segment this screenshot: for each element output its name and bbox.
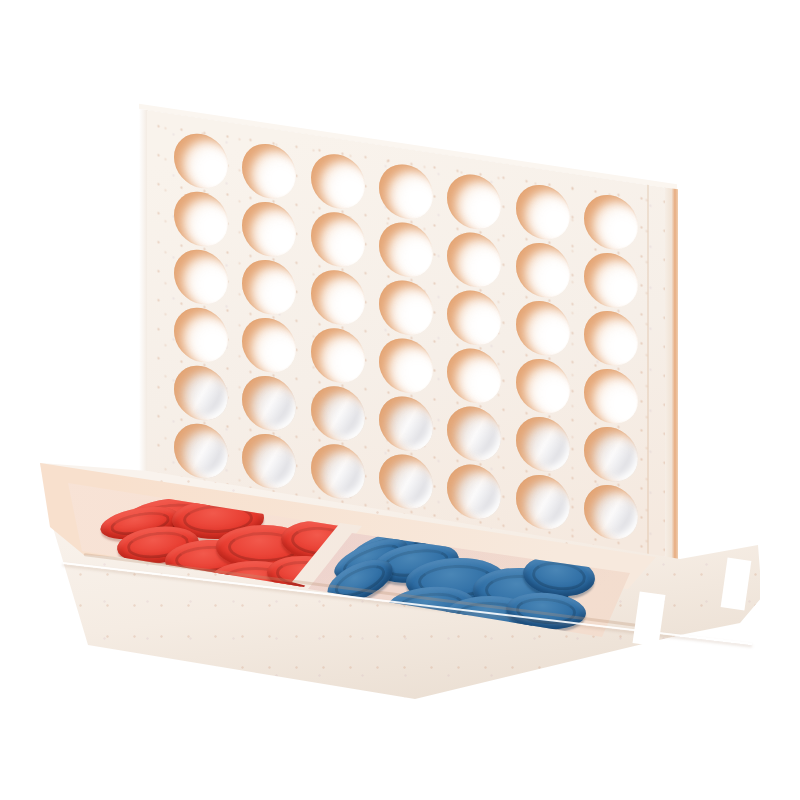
board-hole-r3c2-empty bbox=[242, 256, 296, 318]
board-hole-r1c3-empty bbox=[311, 150, 365, 212]
board-hole-r2c6-empty bbox=[516, 239, 570, 301]
board-hole-r3c1-empty bbox=[174, 246, 228, 308]
board-hole-r2c4-empty bbox=[379, 219, 433, 281]
board-hole-r5c2-empty bbox=[242, 372, 296, 434]
board-hole-r2c1-empty bbox=[174, 188, 228, 250]
board-left-edge bbox=[139, 109, 147, 484]
board-hole-r3c4-empty bbox=[379, 277, 433, 339]
board-hole-r1c6-empty bbox=[516, 181, 570, 243]
board-hole-r4c3-empty bbox=[311, 324, 365, 386]
storage-tray bbox=[40, 435, 760, 705]
board-hole-r1c5-empty bbox=[447, 171, 501, 233]
board-hole-r1c1-empty bbox=[174, 130, 228, 192]
board-hole-r2c7-empty bbox=[584, 249, 638, 311]
board-hole-r2c2-empty bbox=[242, 198, 296, 260]
board-hole-r2c3-empty bbox=[311, 208, 365, 270]
board-hole-r4c5-empty bbox=[447, 345, 501, 407]
board-hole-r5c1-empty bbox=[174, 362, 228, 424]
board-hole-r3c5-empty bbox=[447, 287, 501, 349]
product-photo-connect-four bbox=[0, 0, 800, 800]
board-hole-r1c2-empty bbox=[242, 140, 296, 202]
board-hole-r3c7-empty bbox=[584, 307, 638, 369]
board-hole-r3c6-empty bbox=[516, 297, 570, 359]
board-hole-r4c4-empty bbox=[379, 335, 433, 397]
board-hole-r4c2-empty bbox=[242, 314, 296, 376]
board-hole-r4c6-empty bbox=[516, 355, 570, 417]
board-hole-r4c7-empty bbox=[584, 365, 638, 427]
board-hole-r4c1-empty bbox=[174, 304, 228, 366]
board-hole-r2c5-empty bbox=[447, 229, 501, 291]
board-hole-r1c7-empty bbox=[584, 191, 638, 253]
board-hole-r1c4-empty bbox=[379, 161, 433, 223]
board-hole-r3c3-empty bbox=[311, 266, 365, 328]
